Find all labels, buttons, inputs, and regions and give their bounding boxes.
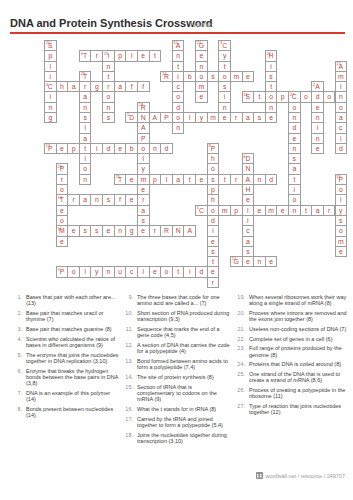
cell-letter: t [103, 72, 114, 81]
grid-cell: s [102, 112, 115, 123]
cell-letter: d [103, 144, 114, 153]
grid-cell: e [265, 256, 278, 267]
cell-letter: d [289, 123, 300, 132]
cell-letter: p [68, 144, 79, 153]
clue-number: 6. [10, 368, 26, 387]
cell-letter: e [57, 144, 68, 153]
cell-letter: r [68, 195, 79, 204]
cell-letter: y [138, 164, 149, 173]
cell-letter: o [336, 185, 347, 194]
cell-letter: i [208, 226, 219, 235]
cell-letter: t [173, 62, 184, 71]
cell-letter: i [45, 92, 56, 101]
cell-letter: m [138, 175, 149, 184]
cell-letter: o [301, 92, 312, 101]
cell-letter: n [150, 144, 161, 153]
cell-letter: c [243, 226, 254, 235]
cell-letter: l [336, 195, 347, 204]
grid-cell: g [44, 112, 57, 123]
cell-letter: N [138, 113, 149, 122]
cell-letter: a [312, 206, 323, 215]
cell-letter: o [208, 206, 219, 215]
cell-letter: s [80, 113, 91, 122]
clue-text: Sequence that marks the end of a gene co… [137, 326, 231, 339]
clue-number: 16. [121, 406, 137, 412]
cell-letter: c [336, 123, 347, 132]
cell-letter: a [243, 113, 254, 122]
cell-letter: a [173, 175, 184, 184]
clue-number: 25. [233, 371, 249, 384]
clue-item: 9.The three bases that code for one amin… [121, 294, 231, 307]
cell-letter: P [208, 144, 219, 153]
cell-letter: C [219, 41, 230, 50]
cell-letter: n [103, 267, 114, 276]
cell-letter: R [161, 72, 172, 81]
clue-number: 15. [121, 384, 137, 403]
cell-letter: s [208, 247, 219, 256]
cell-letter: i [219, 92, 230, 101]
cell-letter: l [243, 206, 254, 215]
cell-letter: e [289, 134, 300, 143]
cell-letter: e [312, 144, 323, 153]
cell-letter: o [219, 72, 230, 81]
cell-letter: l [161, 175, 172, 184]
cell-letter: t [173, 267, 184, 276]
clue-text: Scientist who calculated the ratios of b… [26, 336, 120, 349]
cell-letter: n [312, 134, 323, 143]
cell-letter: b [126, 144, 137, 153]
cell-letter: i [243, 216, 254, 225]
cell-letter: n [289, 113, 300, 122]
clue-text: Process where introns are removed and th… [249, 310, 347, 323]
cell-letter: i [103, 51, 114, 60]
clue-item: 8.Bonds present between nucleotides (14) [10, 406, 120, 419]
cell-letter: D [243, 154, 254, 163]
cell-letter: n [336, 92, 347, 101]
cell-letter: H [266, 51, 277, 60]
cell-letter: o [161, 267, 172, 276]
clue-number: 18. [121, 432, 137, 445]
cell-letter: n [254, 175, 265, 184]
clue-text: The site of protein synthesis (8) [137, 374, 231, 380]
cell-letter: b [184, 72, 195, 81]
cell-letter: g [45, 113, 56, 122]
cell-letter: o [208, 164, 219, 173]
cell-letter: m [266, 206, 277, 215]
cell-letter: d [336, 144, 347, 153]
clue-text: Short section of RNA produced during tra… [137, 310, 231, 323]
clue-item: 6.Enzyme that breaks the hydrogen bonds … [10, 368, 120, 387]
crossword-grid: 20S15A22G3Cp9Tr21ipletney24Hlntnti17Ai26… [44, 40, 348, 289]
clue-item: 12.A section of DNA that carries the cod… [121, 342, 231, 355]
cell-letter: m [336, 237, 347, 246]
cell-letter: p [208, 185, 219, 194]
cell-letter: e [138, 226, 149, 235]
cell-letter: a [80, 195, 91, 204]
cell-letter: d [208, 216, 219, 225]
header-divider [10, 32, 345, 34]
cell-letter: A [336, 62, 347, 71]
cell-letter: c [126, 267, 137, 276]
clue-text: Base pair that matches guanine (8) [26, 326, 120, 332]
cell-letter: m [231, 72, 242, 81]
cell-letter: a [289, 164, 300, 173]
clue-text: Full range of proteins produced by the g… [249, 345, 347, 358]
clue-text: One strand of the DNA that is used to cr… [249, 371, 347, 384]
cell-letter: S [243, 92, 254, 101]
cell-letter: s [289, 154, 300, 163]
cell-letter: A [173, 41, 184, 50]
cell-letter: e [138, 51, 149, 60]
cell-letter: R [138, 103, 149, 112]
cell-letter: r [138, 195, 149, 204]
cell-letter: s [91, 226, 102, 235]
cell-letter: s [80, 226, 91, 235]
clue-text: Complete set of genes in a cell (6) [249, 336, 347, 342]
clue-item: 13.Bond formed between amino acids to fo… [121, 358, 231, 371]
cell-letter: n [80, 175, 91, 184]
clue-item: 2.Base pair that matches uracil or thymi… [10, 310, 120, 323]
cell-letter: a [336, 113, 347, 122]
grid-cell: e [242, 71, 255, 82]
grid-cell: d [335, 143, 348, 154]
cell-letter: l [138, 267, 149, 276]
cell-letter: A [243, 175, 254, 184]
cell-letter: n [196, 62, 207, 71]
cell-letter: e [138, 185, 149, 194]
cell-letter: y [196, 113, 207, 122]
cell-letter: a [80, 134, 91, 143]
clue-item: 22.Complete set of genes in a cell (6) [233, 336, 347, 342]
cell-letter: o [68, 267, 79, 276]
cell-letter: o [289, 103, 300, 112]
clue-number: 13. [121, 358, 137, 371]
cell-letter: p [150, 175, 161, 184]
clue-text: The three bases that code for one amino … [137, 294, 231, 307]
cell-letter: n [115, 226, 126, 235]
cell-letter: y [91, 267, 102, 276]
cell-letter: e [150, 267, 161, 276]
cell-letter: n [289, 144, 300, 153]
clue-number: 2. [10, 310, 26, 323]
cell-letter: a [68, 82, 79, 91]
cell-letter: n [173, 51, 184, 60]
cell-letter: T [80, 72, 91, 81]
cell-letter: M [57, 226, 68, 235]
cell-letter: o [57, 216, 68, 225]
clue-number: 4. [10, 336, 26, 349]
cell-letter: t [184, 175, 195, 184]
cell-letter: m [196, 82, 207, 91]
clue-text: When several ribosomes work their way al… [249, 294, 347, 307]
cell-letter: n [103, 62, 114, 71]
cell-letter: r [231, 113, 242, 122]
cell-letter: i [45, 72, 56, 81]
cell-letter: r [57, 175, 68, 184]
cell-letter: e [68, 226, 79, 235]
cell-letter: r [208, 278, 219, 287]
clue-text: Section of tRNA that is complementary to… [137, 384, 231, 403]
cell-letter: T [80, 51, 91, 60]
cell-letter: o [173, 113, 184, 122]
cell-letter: c [173, 82, 184, 91]
cell-letter: n [289, 206, 300, 215]
clue-text: Carried by the tRNA and joined together … [137, 416, 231, 429]
clue-item: 7.DNA is an example of this polymer (14) [10, 390, 120, 403]
clue-text: Process of creating a polypeptide in the… [249, 387, 347, 400]
clue-column-2: 9.The three bases that code for one amin… [121, 294, 231, 448]
cell-letter: e [103, 226, 114, 235]
cell-letter: i [184, 267, 195, 276]
cell-letter: n [103, 103, 114, 112]
cell-letter: s [103, 113, 114, 122]
cell-letter: t [266, 82, 277, 91]
clue-text: Base pair that matches uracil or thymine… [26, 310, 120, 323]
cell-letter: t [219, 62, 230, 71]
cell-letter: o [324, 92, 335, 101]
cell-letter: A [312, 82, 323, 91]
cell-letter: a [80, 92, 91, 101]
cell-letter: d [196, 267, 207, 276]
cell-letter: C [289, 92, 300, 101]
cell-letter: i [173, 72, 184, 81]
clue-number: 20. [233, 310, 249, 323]
clue-text: Type of reaction that joins nucleotides … [249, 403, 347, 416]
clue-item: 17.Carried by the tRNA and joined togeth… [121, 416, 231, 429]
clue-item: 3.Base pair that matches guanine (8) [10, 326, 120, 332]
grid-cell: e [265, 112, 278, 123]
cell-letter: m [219, 206, 230, 215]
cell-letter: e [196, 92, 207, 101]
cell-letter: s [254, 113, 265, 122]
cell-letter: p [115, 51, 126, 60]
cell-letter: o [138, 144, 149, 153]
cell-letter: r [231, 175, 242, 184]
clue-item: 24.Proteins that DNA is coiled around (8… [233, 361, 347, 367]
cell-letter: T [115, 175, 126, 184]
cell-letter: t [150, 51, 161, 60]
clue-number: 8. [10, 406, 26, 419]
cell-letter: P [161, 113, 172, 122]
cell-letter: d [312, 92, 323, 101]
clue-text: Enzyme that breaks the hydrogen bonds be… [26, 368, 120, 387]
clue-text: Bond formed between amino acids to form … [137, 358, 231, 371]
clue-item: 26.Process of creating a polypeptide in … [233, 387, 347, 400]
cell-letter: n [45, 103, 56, 112]
cell-letter: e [115, 144, 126, 153]
cell-letter: o [196, 72, 207, 81]
clue-item: 25.One strand of the DNA that is used to… [233, 371, 347, 384]
clue-item: 11.Sequence that marks the end of a gene… [121, 326, 231, 339]
clue-item: 5.The enzyme that joins the nucloetides … [10, 352, 120, 365]
cell-letter: s [138, 216, 149, 225]
cell-letter: n [254, 257, 265, 266]
cell-letter: G [196, 41, 207, 50]
grid-cell: e [335, 246, 348, 257]
clue-item: 16.What the t stands for in tRNA (8) [121, 406, 231, 412]
wordwall-logo-icon [256, 472, 263, 479]
clue-number: 17. [121, 416, 137, 429]
grid-cell: f [137, 81, 150, 92]
cell-letter: e [312, 103, 323, 112]
grid-cell: d [160, 143, 173, 154]
cell-letter: f [138, 82, 149, 91]
cell-letter: l [80, 123, 91, 132]
cell-letter: e [208, 267, 219, 276]
cell-letter: d [161, 144, 172, 153]
clue-number: 22. [233, 336, 249, 342]
page-title: DNA and Protein Synthesis Crossword [10, 17, 213, 29]
cell-letter: D [126, 113, 137, 122]
cell-letter: i [91, 144, 102, 153]
cell-letter: e [336, 247, 347, 256]
clue-number: 11. [121, 326, 137, 339]
clue-text: Proteins that DNA is coiled around (8) [249, 361, 347, 367]
clue-text: Bases that pair with each other are... (… [26, 294, 120, 307]
clue-item: 23.Full range of proteins produced by th… [233, 345, 347, 358]
cell-letter: n [219, 103, 230, 112]
cell-letter: e [243, 257, 254, 266]
worksheet-page: DNA and Protein Synthesis Crossword Name… [0, 0, 353, 500]
grid-cell: A [183, 225, 196, 236]
clue-number: 3. [10, 326, 26, 332]
clue-number: 26. [233, 387, 249, 400]
cell-letter: t [301, 206, 312, 215]
clue-item: 1.Bases that pair with each other are...… [10, 294, 120, 307]
clue-text: A section of DNA that carries the code f… [137, 342, 231, 355]
footer: wordwall.net / resource / 249707 [256, 472, 346, 479]
cell-letter: N [243, 164, 254, 173]
clue-item: 19.When several ribosomes work their way… [233, 294, 347, 307]
clue-number: 19. [233, 294, 249, 307]
cell-letter: G [231, 257, 242, 266]
cell-letter: P [336, 175, 347, 184]
cell-letter: a [243, 237, 254, 246]
clue-number: 21. [233, 326, 249, 332]
cell-letter: A [138, 123, 149, 132]
cell-letter: n [312, 113, 323, 122]
grid-cell: e [311, 143, 324, 154]
clue-text: Joins the nucleotides together during tr… [137, 432, 231, 445]
cell-letter: e [126, 195, 137, 204]
cell-letter: e [208, 237, 219, 246]
cell-letter: P [45, 144, 56, 153]
clue-item: 27.Type of reaction that joins nucleotid… [233, 403, 347, 416]
clue-number: 10. [121, 310, 137, 323]
clue-text: The enzyme that joins the nucloetides to… [26, 352, 120, 365]
cell-letter: S [45, 41, 56, 50]
cell-letter: e [243, 72, 254, 81]
cell-letter: m [336, 72, 347, 81]
clue-text: Useless non-coding sections of DNA (7) [249, 326, 347, 332]
cell-letter: s [103, 195, 114, 204]
cell-letter: e [266, 113, 277, 122]
cell-letter: p [277, 92, 288, 101]
cell-letter: f [126, 82, 137, 91]
cell-letter: R [161, 226, 172, 235]
cell-letter: l [138, 154, 149, 163]
clue-text: What the t stands for in tRNA (8) [137, 406, 231, 412]
cell-letter: r [103, 82, 114, 91]
cell-letter: s [208, 175, 219, 184]
cell-letter: o [103, 92, 114, 101]
cell-letter: e [196, 175, 207, 184]
grid-cell: r [207, 277, 220, 288]
cell-letter: e [266, 257, 277, 266]
clue-column-1: 1.Bases that pair with each other are...… [10, 294, 120, 422]
cell-letter: P [57, 164, 68, 173]
cell-letter: n [80, 103, 91, 112]
cell-letter: l [126, 51, 137, 60]
cell-letter: g [91, 82, 102, 91]
grid-cell: n [172, 122, 185, 133]
cell-letter: o [289, 195, 300, 204]
clue-item: 4.Scientist who calculated the ratios of… [10, 336, 120, 349]
clue-item: 14.The site of protein synthesis (8) [121, 374, 231, 380]
clue-item: 20.Process where introns are removed and… [233, 310, 347, 323]
cell-letter: P [138, 134, 149, 143]
cell-letter: e [243, 195, 254, 204]
cell-letter: T [57, 195, 68, 204]
cell-letter: e [126, 175, 137, 184]
cell-letter: t [80, 144, 91, 153]
cell-letter: p [231, 206, 242, 215]
cell-letter: s [208, 72, 219, 81]
grid-cell: d [265, 174, 278, 185]
cell-letter: a [115, 82, 126, 91]
cell-letter: H [243, 185, 254, 194]
cell-letter: P [57, 267, 68, 276]
cell-letter: d [173, 103, 184, 112]
cell-letter: p [45, 51, 56, 60]
cell-letter: A [150, 113, 161, 122]
cell-letter: o [57, 185, 68, 194]
cell-letter: r [91, 51, 102, 60]
clue-item: 18.Joins the nucleotides together during… [121, 432, 231, 445]
clue-number: 14. [121, 374, 137, 380]
clue-number: 5. [10, 352, 26, 365]
cell-letter: a [138, 206, 149, 215]
cell-letter: g [126, 226, 137, 235]
cell-letter: e [57, 237, 68, 246]
cell-letter: l [80, 267, 91, 276]
cell-letter: l [184, 113, 195, 122]
cell-letter: s [219, 82, 230, 91]
footer-text: wordwall.net / resource / 249707 [266, 473, 346, 479]
grid-cell: e [195, 91, 208, 102]
clue-column-3: 19.When several ribosomes work their way… [233, 294, 347, 419]
cell-letter: e [254, 206, 265, 215]
cell-letter: s [243, 247, 254, 256]
cell-letter: m [208, 113, 219, 122]
cell-letter: r [324, 206, 335, 215]
cell-letter: t [254, 92, 265, 101]
cell-letter: o [266, 92, 277, 101]
cell-letter: i [266, 62, 277, 71]
grid-cell: n [79, 174, 92, 185]
clue-item: 15.Section of tRNA that is complementary… [121, 384, 231, 403]
clue-number: 12. [121, 342, 137, 355]
clue-number: 27. [233, 403, 249, 416]
cell-letter: y [219, 51, 230, 60]
cell-letter: s [336, 216, 347, 225]
cell-letter: e [196, 51, 207, 60]
cell-letter: e [219, 113, 230, 122]
cell-letter: d [266, 175, 277, 184]
clue-number: 9. [121, 294, 137, 307]
clue-text: DNA is an example of this polymer (14) [26, 390, 120, 403]
cell-letter: e [57, 206, 68, 215]
